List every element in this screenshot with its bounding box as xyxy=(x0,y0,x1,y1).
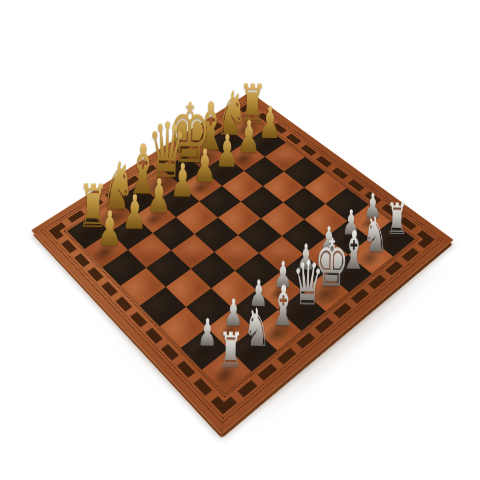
chess-set-photo: ♜♞♝♛♚♝♞♜♟♟♟♟♟♟♟♟♟♟♟♟♟♟♟♟♜♞♝♛♚♝♞♜ xyxy=(0,0,480,480)
square xyxy=(146,251,190,287)
camera-rotation-wrapper: ♜♞♝♛♚♝♞♜♟♟♟♟♟♟♟♟♟♟♟♟♟♟♟♟♜♞♝♛♚♝♞♜ xyxy=(0,0,480,480)
square xyxy=(121,268,166,306)
piece-silver-rook: ♜ xyxy=(184,325,278,375)
chessboard-3d: ♜♞♝♛♚♝♞♜♟♟♟♟♟♟♟♟♟♟♟♟♟♟♟♟♜♞♝♛♚♝♞♜ xyxy=(31,92,454,435)
perspective-scene: ♜♞♝♛♚♝♞♜♟♟♟♟♟♟♟♟♟♟♟♟♟♟♟♟♜♞♝♛♚♝♞♜ xyxy=(0,0,480,480)
piece-gold-pawn: ♟ xyxy=(68,203,151,253)
